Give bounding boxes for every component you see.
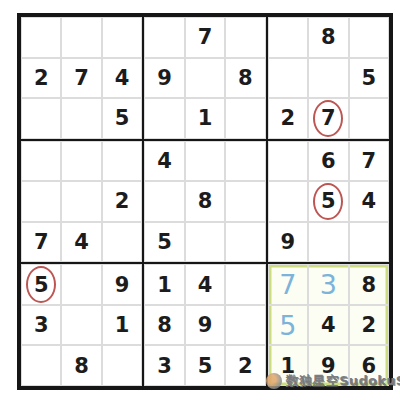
cell-r3c1[interactable] bbox=[21, 98, 61, 139]
cell-r8c9[interactable]: 2 bbox=[349, 305, 389, 346]
cell-r7c3[interactable]: 9 bbox=[102, 264, 142, 305]
cell-r9c1[interactable] bbox=[21, 345, 61, 386]
cell-r2c6[interactable]: 8 bbox=[225, 58, 265, 99]
cell-r6c2[interactable]: 4 bbox=[61, 222, 101, 263]
cell-r1c3[interactable] bbox=[102, 17, 142, 58]
cell-r4c1[interactable] bbox=[21, 141, 61, 182]
cell-r2c3[interactable]: 4 bbox=[102, 58, 142, 99]
cell-r1c1[interactable] bbox=[21, 17, 61, 58]
box-r2c3: 67549 bbox=[267, 140, 390, 264]
cell-r6c5[interactable] bbox=[185, 222, 225, 263]
cell-r8c4[interactable]: 8 bbox=[144, 305, 184, 346]
cell-r6c3[interactable] bbox=[102, 222, 142, 263]
cell-r6c9[interactable] bbox=[349, 222, 389, 263]
cell-r6c8[interactable] bbox=[308, 222, 348, 263]
cell-r7c4[interactable]: 1 bbox=[144, 264, 184, 305]
cell-r4c9[interactable]: 7 bbox=[349, 141, 389, 182]
cell-r7c2[interactable] bbox=[61, 264, 101, 305]
cell-r6c4[interactable]: 5 bbox=[144, 222, 184, 263]
cell-r9c2[interactable]: 8 bbox=[61, 345, 101, 386]
cell-r1c7[interactable] bbox=[268, 17, 308, 58]
box-r1c2: 7981 bbox=[143, 16, 266, 140]
cell-r5c1[interactable] bbox=[21, 181, 61, 222]
cell-r2c9[interactable]: 5 bbox=[349, 58, 389, 99]
cell-r6c1[interactable]: 7 bbox=[21, 222, 61, 263]
cell-r9c5[interactable]: 5 bbox=[185, 345, 225, 386]
cell-r5c2[interactable] bbox=[61, 181, 101, 222]
cell-r1c9[interactable] bbox=[349, 17, 389, 58]
cell-r2c4[interactable]: 9 bbox=[144, 58, 184, 99]
cell-r4c6[interactable] bbox=[225, 141, 265, 182]
cell-r9c3[interactable] bbox=[102, 345, 142, 386]
cell-r3c5[interactable]: 1 bbox=[185, 98, 225, 139]
cell-r7c9[interactable]: 8 bbox=[349, 264, 389, 305]
box-r2c1: 274 bbox=[20, 140, 143, 264]
cell-r7c7[interactable]: 7 bbox=[268, 264, 308, 305]
cell-r9c7[interactable]: 1 bbox=[268, 345, 308, 386]
cell-r3c2[interactable] bbox=[61, 98, 101, 139]
cell-r2c5[interactable] bbox=[185, 58, 225, 99]
cell-r8c8[interactable]: 4 bbox=[308, 305, 348, 346]
cell-r7c5[interactable]: 4 bbox=[185, 264, 225, 305]
red-circle-annotation: 5 bbox=[313, 183, 343, 220]
cell-r7c1[interactable]: 5 bbox=[21, 264, 61, 305]
box-r1c3: 8527 bbox=[267, 16, 390, 140]
cell-r1c6[interactable] bbox=[225, 17, 265, 58]
cell-r9c8[interactable]: 9 bbox=[308, 345, 348, 386]
cell-r1c5[interactable]: 7 bbox=[185, 17, 225, 58]
box-r3c2: 1489352 bbox=[143, 263, 266, 387]
red-circle-annotation: 5 bbox=[26, 266, 56, 303]
cell-r5c4[interactable] bbox=[144, 181, 184, 222]
cell-r3c4[interactable] bbox=[144, 98, 184, 139]
cell-r9c9[interactable]: 6 bbox=[349, 345, 389, 386]
cell-r5c3[interactable]: 2 bbox=[102, 181, 142, 222]
cell-r4c7[interactable] bbox=[268, 141, 308, 182]
cell-r4c4[interactable]: 4 bbox=[144, 141, 184, 182]
cell-r1c2[interactable] bbox=[61, 17, 101, 58]
cell-r2c2[interactable]: 7 bbox=[61, 58, 101, 99]
cell-r9c4[interactable]: 3 bbox=[144, 345, 184, 386]
cell-r5c7[interactable] bbox=[268, 181, 308, 222]
red-circle-annotation: 7 bbox=[313, 100, 343, 137]
cell-r2c8[interactable] bbox=[308, 58, 348, 99]
cell-r8c1[interactable]: 3 bbox=[21, 305, 61, 346]
cell-r2c1[interactable]: 2 bbox=[21, 58, 61, 99]
cell-r2c7[interactable] bbox=[268, 58, 308, 99]
sudoku-board: 2745798185272744856754959318148935273854… bbox=[17, 13, 393, 390]
cell-r5c5[interactable]: 8 bbox=[185, 181, 225, 222]
cell-r8c5[interactable]: 9 bbox=[185, 305, 225, 346]
cell-r5c8[interactable]: 5 bbox=[308, 181, 348, 222]
highlighted-box: 738542196 bbox=[267, 263, 390, 387]
cell-r3c6[interactable] bbox=[225, 98, 265, 139]
cell-r3c3[interactable]: 5 bbox=[102, 98, 142, 139]
cell-r4c5[interactable] bbox=[185, 141, 225, 182]
cell-r4c3[interactable] bbox=[102, 141, 142, 182]
box-r2c2: 485 bbox=[143, 140, 266, 264]
cell-r7c6[interactable] bbox=[225, 264, 265, 305]
cell-r1c4[interactable] bbox=[144, 17, 184, 58]
cell-r6c6[interactable] bbox=[225, 222, 265, 263]
cell-r8c2[interactable] bbox=[61, 305, 101, 346]
cell-r8c3[interactable]: 1 bbox=[102, 305, 142, 346]
cell-r3c9[interactable] bbox=[349, 98, 389, 139]
cell-r7c8[interactable]: 3 bbox=[308, 264, 348, 305]
cell-r5c9[interactable]: 4 bbox=[349, 181, 389, 222]
cell-r8c7[interactable]: 5 bbox=[268, 305, 308, 346]
cell-r3c8[interactable]: 7 bbox=[308, 98, 348, 139]
cell-r9c6[interactable]: 2 bbox=[225, 345, 265, 386]
box-r3c1: 59318 bbox=[20, 263, 143, 387]
cell-r1c8[interactable]: 8 bbox=[308, 17, 348, 58]
cell-r4c2[interactable] bbox=[61, 141, 101, 182]
cell-r6c7[interactable]: 9 bbox=[268, 222, 308, 263]
sudoku-screenshot: 2745798185272744856754959318148935273854… bbox=[0, 0, 400, 400]
cell-r4c8[interactable]: 6 bbox=[308, 141, 348, 182]
cell-r3c7[interactable]: 2 bbox=[268, 98, 308, 139]
box-r1c1: 2745 bbox=[20, 16, 143, 140]
cell-r5c6[interactable] bbox=[225, 181, 265, 222]
cell-r8c6[interactable] bbox=[225, 305, 265, 346]
